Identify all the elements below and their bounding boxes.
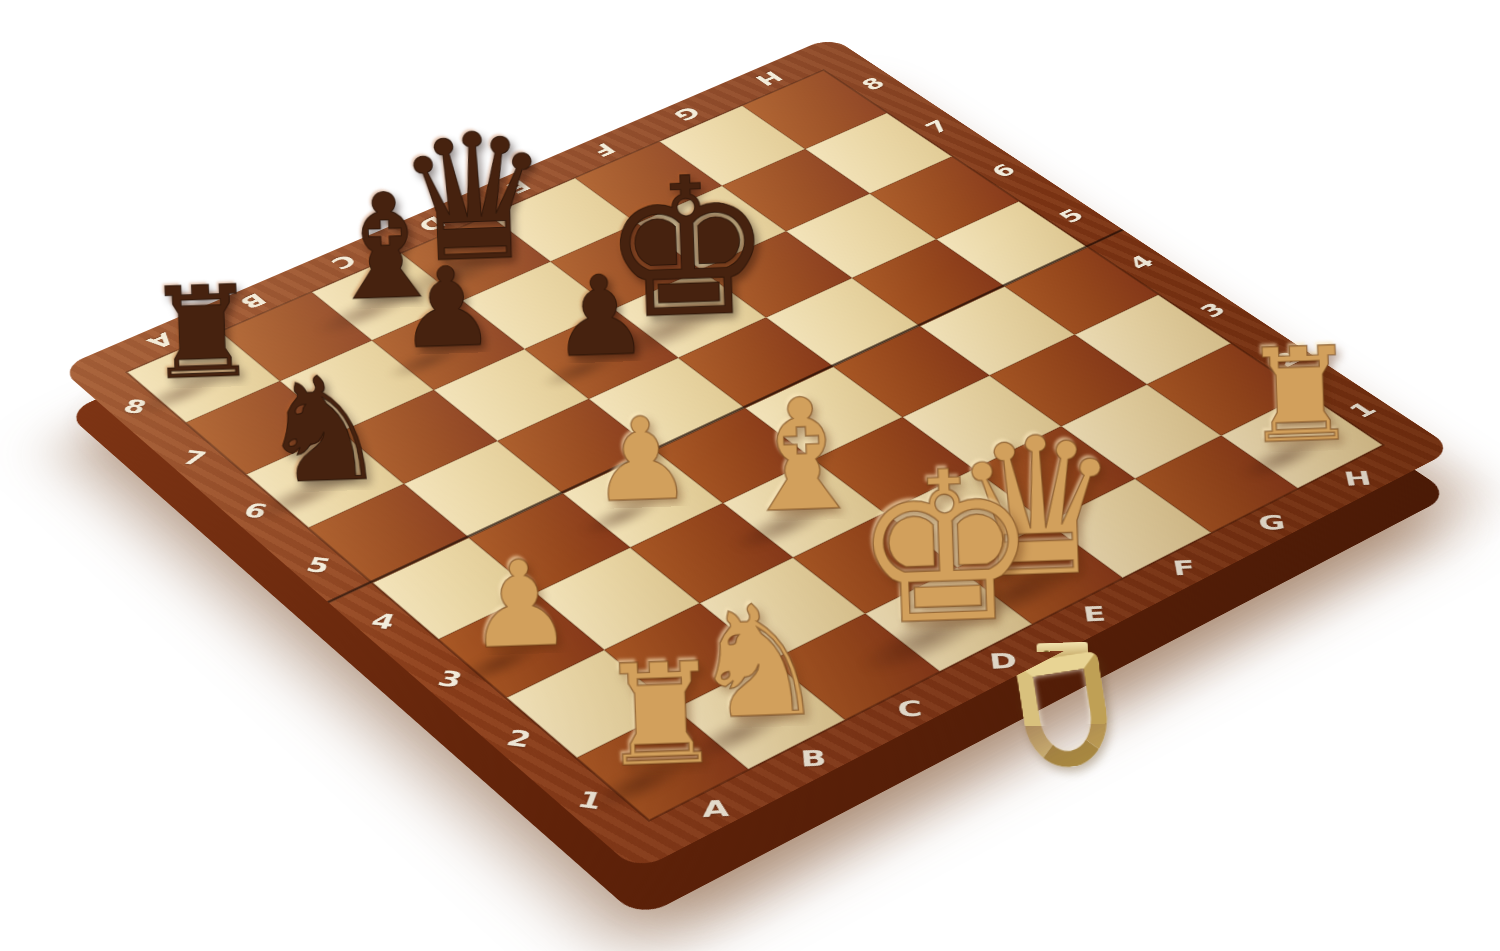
piece-light-pawn-a3[interactable]: ♟: [465, 543, 576, 666]
piece-dark-knight-a6[interactable]: ♞: [256, 356, 390, 505]
clasp-loop: [1015, 651, 1115, 774]
brass-clasp[interactable]: [1013, 641, 1116, 777]
piece-light-king-d1[interactable]: ♚: [849, 441, 1042, 655]
clasp-bracket: [1036, 642, 1088, 665]
piece-light-rook-h1[interactable]: ♜: [1240, 329, 1361, 463]
product-photo-scene: ABCDEFGH8877665544332211ABCDEFGH ♜♝♛♟♞♟♚…: [0, 0, 1500, 951]
piece-light-rook-a1[interactable]: ♜: [595, 644, 725, 788]
piece-light-pawn-c4[interactable]: ♟: [588, 400, 695, 518]
